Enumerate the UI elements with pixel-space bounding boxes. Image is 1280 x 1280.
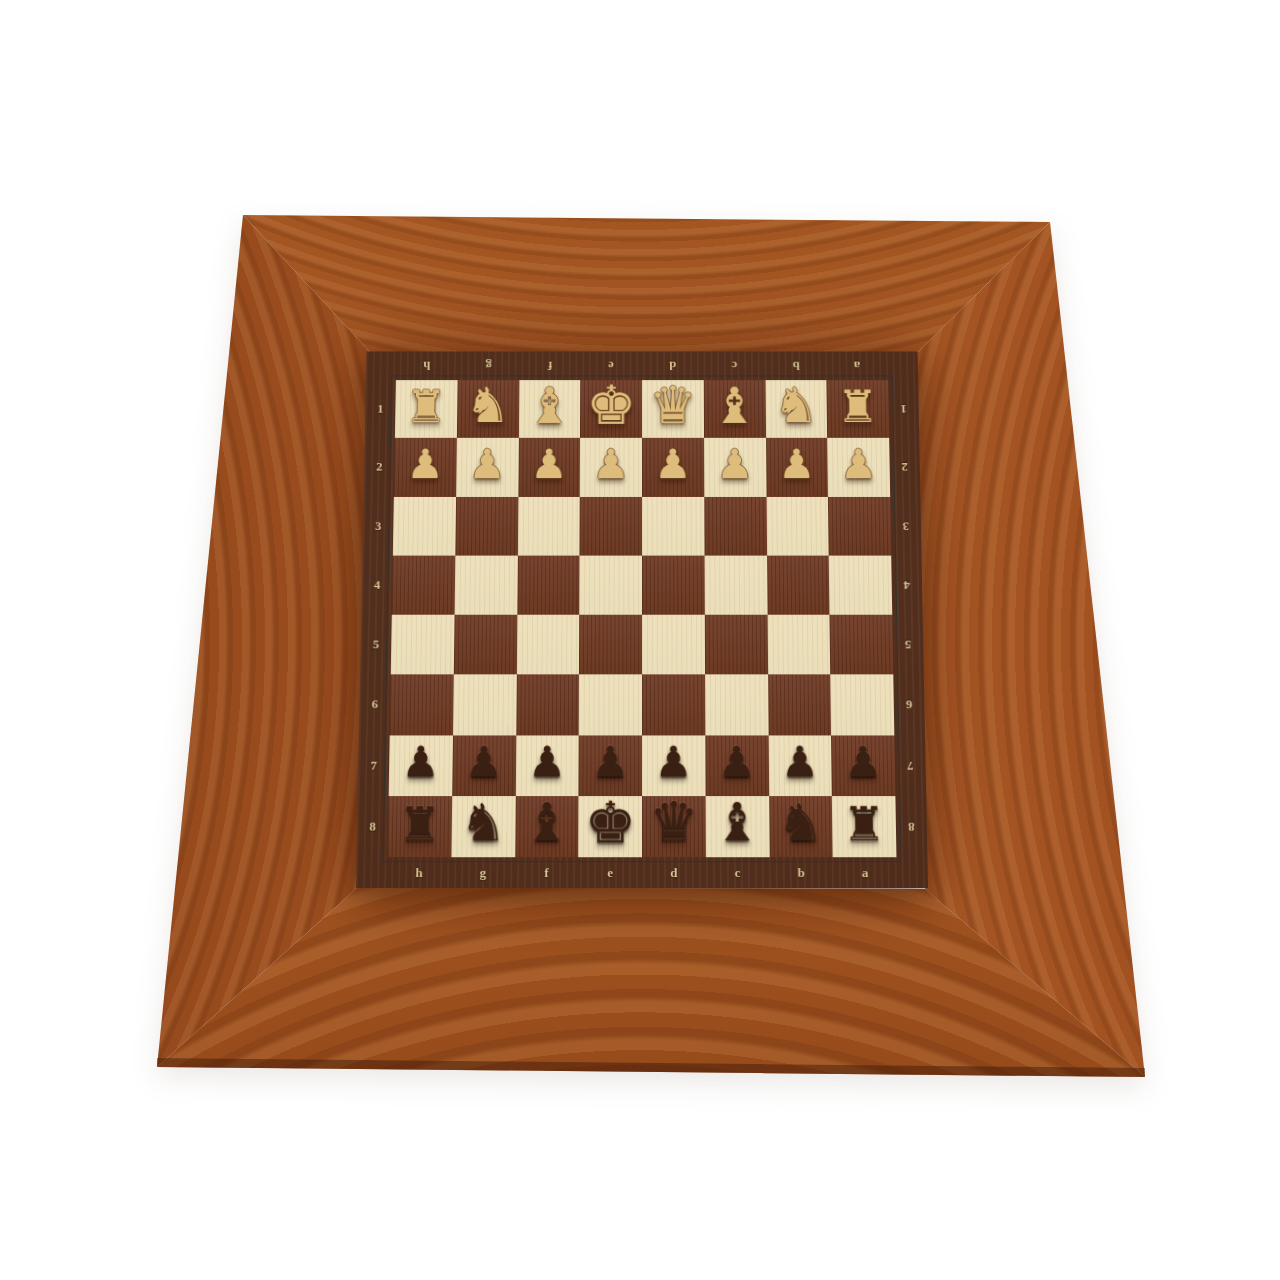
square-d2: ♟: [642, 438, 704, 496]
coord-label-c: c: [706, 857, 770, 888]
black-queen-d8: ♛: [649, 796, 698, 850]
square-c7: ♟: [705, 735, 769, 796]
black-rook-h8: ♜: [398, 800, 442, 847]
square-g8: ♞: [451, 796, 515, 857]
white-king-e1: ♚: [586, 378, 636, 432]
square-c6: [705, 675, 768, 735]
coord-label-d: d: [642, 857, 706, 888]
coord-label-5: 5: [892, 615, 924, 675]
square-b1: ♞: [765, 380, 827, 438]
square-h7: ♟: [389, 735, 453, 796]
coord-label-5: 5: [360, 615, 392, 675]
white-knight-b1: ♞: [773, 382, 819, 430]
file-labels-bottom: hgfedcba: [387, 857, 897, 888]
square-c1: ♝: [704, 380, 766, 438]
black-knight-b8: ♞: [777, 797, 824, 848]
file-labels-top: hgfedcba: [396, 351, 888, 380]
black-pawn-c7: ♟: [718, 741, 757, 783]
coord-label-f: f: [519, 351, 581, 380]
square-d7: ♟: [642, 735, 705, 796]
square-f2: ♟: [518, 438, 580, 496]
coord-label-4: 4: [361, 555, 392, 614]
coord-label-h: h: [387, 857, 451, 888]
coord-label-2: 2: [364, 438, 395, 496]
coord-label-2: 2: [889, 438, 920, 496]
coord-label-7: 7: [358, 735, 390, 796]
square-h2: ♟: [394, 438, 457, 496]
square-a5: [830, 615, 894, 675]
black-rook-a8: ♜: [842, 800, 886, 847]
square-c2: ♟: [704, 438, 766, 496]
coord-label-g: g: [451, 857, 515, 888]
square-c4: [704, 555, 767, 614]
square-d4: [642, 555, 705, 614]
coord-label-7: 7: [894, 735, 926, 796]
square-a1: ♜: [827, 380, 890, 438]
square-b3: [766, 496, 829, 555]
white-bishop-f1: ♝: [526, 381, 572, 430]
black-pawn-g7: ♟: [465, 741, 504, 783]
square-b8: ♞: [769, 796, 833, 857]
black-pawn-a7: ♟: [844, 741, 883, 783]
square-d6: [642, 675, 705, 735]
square-d8: ♛: [642, 796, 706, 857]
square-g4: [454, 555, 517, 614]
coord-label-8: 8: [895, 796, 927, 857]
chess-board: hgfedcba 12345678 12345678 hgfedcba ♜♞♝♚…: [356, 351, 928, 888]
square-e8: ♚: [578, 796, 642, 857]
coord-label-b: b: [765, 351, 827, 380]
coord-label-g: g: [457, 351, 519, 380]
square-a2: ♟: [827, 438, 890, 496]
square-c3: [704, 496, 767, 555]
square-h1: ♜: [395, 380, 458, 438]
coord-label-b: b: [769, 857, 833, 888]
square-e5: [579, 615, 642, 675]
square-b6: [768, 675, 832, 735]
square-h6: [390, 675, 454, 735]
square-f4: [517, 555, 580, 614]
square-b2: ♟: [766, 438, 829, 496]
square-f1: ♝: [518, 380, 580, 438]
black-bishop-c8: ♝: [713, 797, 761, 849]
square-d3: [642, 496, 704, 555]
square-a3: [828, 496, 891, 555]
square-d1: ♛: [642, 380, 704, 438]
photo-stage: hgfedcba 12345678 12345678 hgfedcba ♜♞♝♚…: [0, 0, 1280, 1280]
square-a6: [830, 675, 894, 735]
coord-label-a: a: [833, 857, 897, 888]
square-b5: [767, 615, 830, 675]
square-f8: ♝: [515, 796, 579, 857]
square-g1: ♞: [457, 380, 519, 438]
playing-area: ♜♞♝♚♛♝♞♜♟♟♟♟♟♟♟♟♟♟♟♟♟♟♟♟♜♞♝♚♛♝♞♜: [388, 380, 897, 857]
black-pawn-f7: ♟: [528, 741, 567, 783]
coord-label-6: 6: [893, 675, 925, 735]
square-h3: [393, 496, 456, 555]
square-c5: [705, 615, 768, 675]
black-bishop-f8: ♝: [523, 797, 571, 849]
white-pawn-e2: ♟: [592, 444, 630, 484]
black-pawn-b7: ♟: [781, 741, 820, 783]
coord-label-h: h: [396, 351, 458, 380]
square-e1: ♚: [580, 380, 642, 438]
square-f5: [516, 615, 579, 675]
white-pawn-d2: ♟: [654, 444, 692, 484]
square-a7: ♟: [831, 735, 895, 796]
square-b7: ♟: [768, 735, 832, 796]
coord-label-f: f: [515, 857, 579, 888]
coord-label-c: c: [703, 351, 765, 380]
square-f7: ♟: [515, 735, 579, 796]
square-f3: [517, 496, 580, 555]
square-e7: ♟: [579, 735, 642, 796]
black-knight-g8: ♞: [460, 797, 507, 848]
white-pawn-g2: ♟: [468, 444, 506, 484]
square-g6: [453, 675, 517, 735]
white-pawn-f2: ♟: [530, 444, 568, 484]
coord-label-3: 3: [362, 496, 393, 555]
square-e4: [579, 555, 642, 614]
coord-label-1: 1: [888, 380, 919, 438]
square-f6: [516, 675, 579, 735]
square-g5: [454, 615, 517, 675]
coord-label-4: 4: [891, 555, 922, 614]
square-h5: [391, 615, 455, 675]
black-pawn-h7: ♟: [401, 741, 440, 783]
square-d5: [642, 615, 705, 675]
white-pawn-h2: ♟: [406, 444, 444, 484]
square-g2: ♟: [456, 438, 519, 496]
square-e2: ♟: [580, 438, 642, 496]
coord-label-e: e: [578, 857, 642, 888]
white-rook-h1: ♜: [405, 384, 447, 429]
square-e3: [580, 496, 642, 555]
coord-label-1: 1: [365, 380, 396, 438]
white-queen-d1: ♛: [649, 380, 697, 431]
coord-label-a: a: [826, 351, 888, 380]
coord-label-6: 6: [359, 675, 391, 735]
white-bishop-c1: ♝: [711, 381, 757, 430]
black-pawn-d7: ♟: [654, 741, 692, 783]
square-e6: [579, 675, 642, 735]
square-h4: [392, 555, 455, 614]
black-pawn-e7: ♟: [591, 741, 629, 783]
coord-label-8: 8: [357, 796, 389, 857]
coord-label-3: 3: [890, 496, 921, 555]
white-rook-a1: ♜: [837, 384, 879, 429]
square-c8: ♝: [705, 796, 769, 857]
white-knight-g1: ♞: [465, 382, 511, 430]
square-g3: [455, 496, 518, 555]
white-pawn-c2: ♟: [716, 444, 754, 484]
square-g7: ♟: [452, 735, 516, 796]
white-pawn-b2: ♟: [778, 444, 816, 484]
square-a8: ♜: [832, 796, 896, 857]
white-pawn-a2: ♟: [840, 444, 878, 484]
square-a4: [829, 555, 892, 614]
black-king-e8: ♚: [584, 794, 636, 851]
square-b4: [767, 555, 830, 614]
square-h8: ♜: [388, 796, 452, 857]
